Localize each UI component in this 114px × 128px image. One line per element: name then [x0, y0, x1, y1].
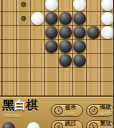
black-disc: [73, 12, 86, 25]
black-disc: [73, 26, 86, 39]
black-disc: [73, 40, 86, 53]
app-subtitle: Othello: [4, 113, 20, 118]
replay-button[interactable]: ↻ 重玩 replay: [86, 120, 113, 128]
white-disc: [45, 0, 58, 11]
legal-move-dot[interactable]: [21, 16, 26, 21]
undo-label-en: undo: [100, 111, 113, 116]
hint-button[interactable]: i 提示 hint: [51, 104, 83, 117]
othello-app: 黑白棋 Othello i 提示 hint ↺ 悔棋 undo ⊘ 跳过 pas…: [0, 0, 113, 128]
hint-icon: i: [54, 106, 63, 115]
pass-button[interactable]: ⊘ 跳过 pass: [51, 120, 83, 128]
black-disc: [45, 26, 58, 39]
black-disc: [87, 26, 100, 39]
black-disc: [45, 40, 58, 53]
black-disc: [73, 54, 86, 67]
board[interactable]: [0, 0, 113, 97]
black-disc: [59, 40, 72, 53]
white-disc: [101, 26, 114, 39]
white-disc: [101, 12, 114, 25]
title-char-white: 白: [14, 98, 26, 112]
toolbar: 黑白棋 Othello i 提示 hint ↺ 悔棋 undo ⊘ 跳过 pas…: [0, 96, 113, 128]
pass-icon: ⊘: [54, 122, 63, 128]
white-disc: [31, 12, 44, 25]
undo-icon: ↺: [89, 106, 98, 115]
black-disc: [45, 12, 58, 25]
undo-button[interactable]: ↺ 悔棋 undo: [86, 104, 113, 117]
white-disc: [73, 0, 86, 11]
white-score-disc: [27, 122, 40, 128]
app-title: 黑白棋: [2, 99, 38, 112]
black-score-disc: [2, 122, 15, 128]
hint-label-en: hint: [65, 111, 76, 116]
title-char-qi: 棋: [26, 98, 38, 112]
title-char-black: 黑: [2, 98, 14, 112]
pass-label-en: pass: [65, 127, 76, 128]
black-disc: [59, 12, 72, 25]
replay-label-en: replay: [100, 127, 113, 128]
black-disc: [59, 54, 72, 67]
white-disc: [101, 0, 114, 11]
legal-move-dot[interactable]: [21, 2, 26, 7]
black-disc: [59, 26, 72, 39]
replay-icon: ↻: [89, 122, 98, 128]
